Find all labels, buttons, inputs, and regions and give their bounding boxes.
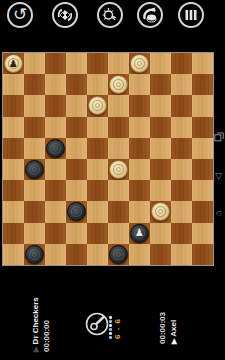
board-square[interactable]: [150, 159, 171, 180]
board-square[interactable]: [24, 53, 45, 74]
board-square[interactable]: [171, 201, 192, 222]
board-square[interactable]: [24, 159, 45, 180]
board-square[interactable]: [129, 53, 150, 74]
board-square[interactable]: [192, 201, 213, 222]
score-block: 6 - 6: [108, 311, 127, 339]
board-square[interactable]: [87, 95, 108, 116]
board-square[interactable]: [171, 95, 192, 116]
board-square[interactable]: [87, 180, 108, 201]
board-square[interactable]: [171, 117, 192, 138]
board-square[interactable]: [3, 74, 24, 95]
board-square[interactable]: [129, 74, 150, 95]
board-square[interactable]: [66, 117, 87, 138]
right-player-name: ▶ Axel: [168, 296, 179, 344]
board-square[interactable]: [108, 95, 129, 116]
black-man-piece[interactable]: [25, 160, 44, 179]
board-square[interactable]: [45, 74, 66, 95]
board-square[interactable]: [192, 223, 213, 244]
board-square[interactable]: [24, 244, 45, 265]
board-square[interactable]: [150, 201, 171, 222]
black-man-piece[interactable]: [46, 139, 65, 158]
board-square[interactable]: [171, 223, 192, 244]
black-man-piece[interactable]: [67, 202, 86, 221]
board-square[interactable]: [24, 180, 45, 201]
board-square[interactable]: [192, 244, 213, 265]
board-square[interactable]: [66, 95, 87, 116]
board-square[interactable]: [108, 138, 129, 159]
board-square[interactable]: [150, 223, 171, 244]
board-square[interactable]: [3, 117, 24, 138]
home-icon[interactable]: ⌂: [213, 208, 224, 219]
right-player-clock: 00:00:03: [157, 296, 168, 344]
board-square[interactable]: [24, 74, 45, 95]
white-man-piece[interactable]: [109, 75, 128, 94]
board-square[interactable]: [171, 138, 192, 159]
white-man-piece[interactable]: [109, 160, 128, 179]
white-king-piece[interactable]: ♟: [4, 54, 23, 73]
rotate-board-icon[interactable]: [52, 2, 78, 28]
board-square[interactable]: [66, 244, 87, 265]
recents-icon[interactable]: [213, 131, 224, 142]
board-square[interactable]: [87, 223, 108, 244]
board-square[interactable]: [45, 138, 66, 159]
board-square[interactable]: [129, 95, 150, 116]
board-square[interactable]: [87, 117, 108, 138]
king-marker: ♟: [9, 59, 18, 69]
board-square[interactable]: [150, 117, 171, 138]
board-square[interactable]: [66, 138, 87, 159]
board-square[interactable]: [24, 223, 45, 244]
board-square[interactable]: [45, 95, 66, 116]
board-square[interactable]: [171, 53, 192, 74]
board-square[interactable]: [108, 53, 129, 74]
board-square[interactable]: [171, 159, 192, 180]
checkers-board[interactable]: ♟♟: [2, 52, 214, 266]
move-piece-icon[interactable]: [137, 2, 163, 28]
board-square[interactable]: [108, 74, 129, 95]
board-square[interactable]: [171, 180, 192, 201]
app-screen: ↺: [0, 0, 225, 360]
board-square[interactable]: [129, 180, 150, 201]
left-turn-indicator: ▶: [32, 347, 39, 352]
king-marker: ♟: [135, 228, 144, 238]
board-square[interactable]: [45, 223, 66, 244]
board-square[interactable]: [87, 201, 108, 222]
board-square[interactable]: [192, 180, 213, 201]
board-square[interactable]: [129, 159, 150, 180]
white-man-piece[interactable]: [130, 54, 149, 73]
right-turn-indicator: ▶: [170, 339, 177, 344]
board-square[interactable]: [108, 244, 129, 265]
board-square[interactable]: [129, 117, 150, 138]
board-square[interactable]: [129, 201, 150, 222]
board-square[interactable]: [87, 74, 108, 95]
board-square[interactable]: [3, 223, 24, 244]
board-square[interactable]: [150, 74, 171, 95]
board-square[interactable]: [192, 95, 213, 116]
board-square[interactable]: [45, 201, 66, 222]
toolbar: ↺: [0, 0, 225, 46]
board-square[interactable]: [24, 138, 45, 159]
clock-icon: [84, 311, 110, 337]
board-square[interactable]: [150, 138, 171, 159]
board-square[interactable]: [87, 53, 108, 74]
board-square[interactable]: [24, 201, 45, 222]
board-square[interactable]: [171, 74, 192, 95]
board-square[interactable]: [150, 95, 171, 116]
board-square[interactable]: [45, 53, 66, 74]
black-king-piece[interactable]: ♟: [130, 224, 149, 243]
board-square[interactable]: [87, 244, 108, 265]
board-square[interactable]: [3, 95, 24, 116]
left-player-name: ▶ Dr Checkers: [30, 294, 41, 352]
board-square[interactable]: [108, 159, 129, 180]
back-icon[interactable]: ◁: [213, 171, 224, 182]
board-square[interactable]: [66, 180, 87, 201]
board-square[interactable]: [150, 244, 171, 265]
board-square[interactable]: [3, 244, 24, 265]
board-square[interactable]: [150, 180, 171, 201]
board-square[interactable]: [3, 180, 24, 201]
board-square[interactable]: [45, 180, 66, 201]
board-square[interactable]: [24, 117, 45, 138]
board-square[interactable]: [87, 159, 108, 180]
board-square[interactable]: [150, 53, 171, 74]
board-square[interactable]: [66, 201, 87, 222]
board-square[interactable]: [192, 53, 213, 74]
black-man-piece[interactable]: [109, 245, 128, 264]
board-square[interactable]: [24, 95, 45, 116]
menu-pause-icon[interactable]: [178, 2, 204, 28]
board-square[interactable]: [3, 201, 24, 222]
board-square[interactable]: [129, 244, 150, 265]
left-player-clock: 00:00:00: [41, 294, 52, 352]
board-square[interactable]: [108, 201, 129, 222]
undo-icon[interactable]: ↺: [7, 2, 33, 28]
system-nav-bar: ◁ ⌂: [212, 0, 225, 360]
board-square[interactable]: [108, 223, 129, 244]
board-square[interactable]: [66, 74, 87, 95]
board-square[interactable]: [66, 223, 87, 244]
board-square[interactable]: [66, 159, 87, 180]
hint-bulb-icon[interactable]: [97, 2, 123, 28]
board-square[interactable]: [192, 117, 213, 138]
board-square[interactable]: [192, 159, 213, 180]
board-square[interactable]: [108, 117, 129, 138]
board-square[interactable]: [171, 244, 192, 265]
board-square[interactable]: [3, 138, 24, 159]
board-square[interactable]: [129, 138, 150, 159]
board-square[interactable]: [45, 159, 66, 180]
white-man-piece[interactable]: [88, 96, 107, 115]
board-square[interactable]: ♟: [129, 223, 150, 244]
board-square[interactable]: [66, 53, 87, 74]
piece-count: 6 - 6: [113, 311, 122, 339]
board-square[interactable]: [3, 159, 24, 180]
black-man-piece[interactable]: [25, 245, 44, 264]
board-square[interactable]: ♟: [3, 53, 24, 74]
board-square[interactable]: [87, 138, 108, 159]
board-square[interactable]: [192, 138, 213, 159]
white-man-piece[interactable]: [151, 202, 170, 221]
board-square[interactable]: [192, 74, 213, 95]
left-player-block: ▶ Dr Checkers 00:00:00: [30, 294, 54, 352]
board-square[interactable]: [45, 244, 66, 265]
board-square[interactable]: [108, 180, 129, 201]
right-player-block: 00:00:03 ▶ Axel: [157, 296, 181, 344]
board-square[interactable]: [45, 117, 66, 138]
